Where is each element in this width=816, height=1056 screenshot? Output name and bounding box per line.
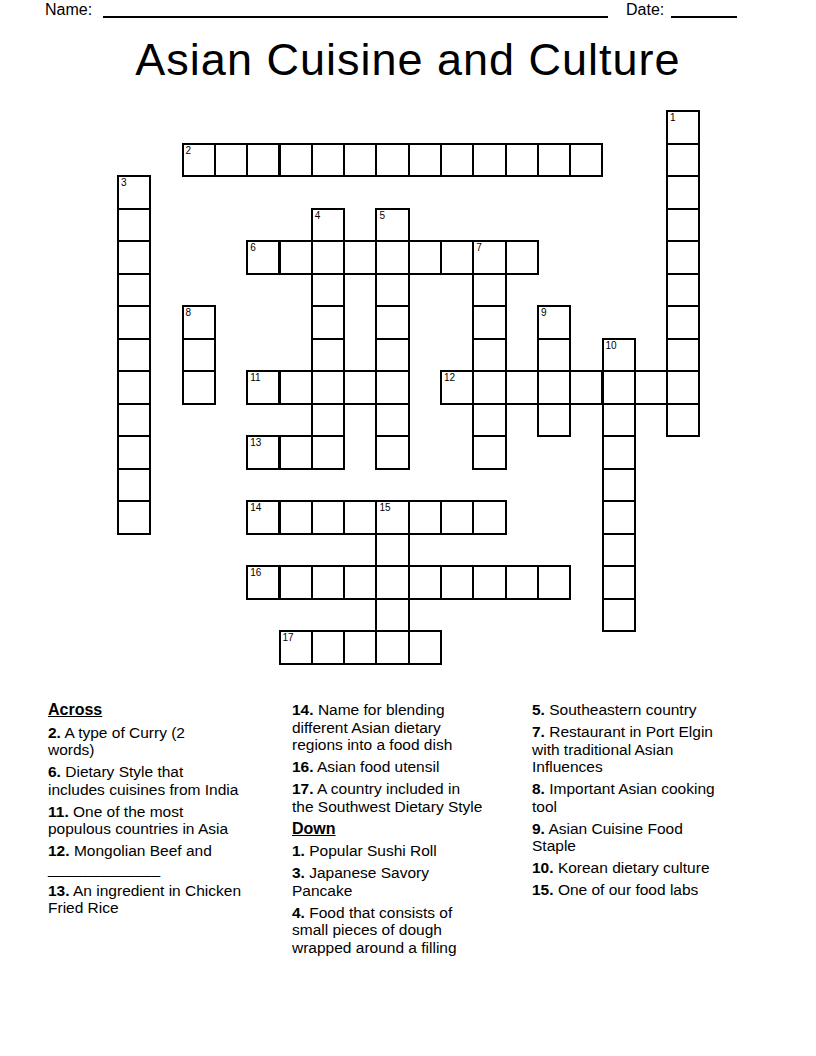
clue-across-14: 14. Name for blending different Asian di…: [292, 701, 522, 754]
clue-number: 16: [250, 567, 261, 578]
clue-num-label: 3.: [292, 864, 305, 881]
clue-num-label: 7.: [532, 723, 545, 740]
clue-down-15: 15. One of our food labs: [532, 881, 757, 899]
grid-cell[interactable]: [634, 370, 668, 405]
grid-cell[interactable]: [537, 338, 571, 373]
clue-num-label: 5.: [532, 701, 545, 718]
clue-number: 12: [444, 372, 455, 383]
grid-cell[interactable]: [537, 143, 571, 178]
grid-cell[interactable]: [182, 338, 216, 373]
grid-cell[interactable]: [602, 435, 636, 470]
clue-num-label: 4.: [292, 904, 305, 921]
grid-cell[interactable]: [375, 435, 409, 470]
grid-cell[interactable]: [666, 273, 700, 308]
clue-text: One of the most populous countries in As…: [48, 803, 228, 838]
clue-text: A type of Curry (2 words): [48, 724, 185, 759]
clue-down-4: 4. Food that consists of small pieces of…: [292, 904, 522, 957]
grid-cell[interactable]: [375, 338, 409, 373]
grid-cell[interactable]: [343, 630, 377, 665]
grid-cell[interactable]: [505, 370, 539, 405]
grid-cell[interactable]: 10: [602, 338, 636, 373]
clue-number: 4: [315, 210, 321, 221]
grid-cell[interactable]: [375, 630, 409, 665]
grid-cell[interactable]: [343, 565, 377, 600]
clue-text: Name for blending different Asian dietar…: [292, 701, 452, 753]
grid-cell[interactable]: [666, 305, 700, 340]
grid-cell[interactable]: [279, 143, 313, 178]
clue-text: Dietary Style that includes cuisines fro…: [48, 763, 238, 798]
clue-num-label: 12.: [48, 842, 70, 859]
clue-num-label: 1.: [292, 842, 305, 859]
grid-cell[interactable]: [311, 403, 345, 438]
name-blank-line[interactable]: [103, 0, 608, 18]
clue-num-label: 14.: [292, 701, 314, 718]
clue-text: Popular Sushi Roll: [309, 842, 437, 859]
clue-num-label: 15.: [532, 881, 554, 898]
grid-cell[interactable]: [472, 565, 506, 600]
grid-cell[interactable]: 16: [246, 565, 280, 600]
grid-cell[interactable]: [472, 273, 506, 308]
grid-cell[interactable]: [117, 403, 151, 438]
grid-cell[interactable]: [408, 240, 442, 275]
grid-cell[interactable]: [408, 565, 442, 600]
clue-text: Food that consists of small pieces of do…: [292, 904, 457, 956]
grid-cell[interactable]: [375, 305, 409, 340]
grid-cell[interactable]: [311, 273, 345, 308]
grid-cell[interactable]: 1: [666, 110, 700, 145]
grid-cell[interactable]: 14: [246, 500, 280, 535]
clue-down-8: 8. Important Asian cooking tool: [532, 780, 757, 815]
grid-cell[interactable]: [311, 370, 345, 405]
clue-text: Important Asian cooking tool: [532, 780, 715, 815]
clue-down-9: 9. Asian Cuisine Food Staple: [532, 820, 757, 855]
grid-cell[interactable]: [117, 240, 151, 275]
grid-cell[interactable]: [666, 208, 700, 243]
grid-cell[interactable]: [569, 143, 603, 178]
clue-number: 11: [250, 372, 260, 383]
clue-number: 10: [606, 340, 617, 351]
grid-cell[interactable]: [117, 500, 151, 535]
clue-down-1: 1. Popular Sushi Roll: [292, 842, 522, 860]
clue-number: 17: [283, 632, 294, 643]
clue-down-5: 5. Southeastern country: [532, 701, 757, 719]
grid-cell[interactable]: 15: [375, 500, 409, 535]
grid-cell[interactable]: [666, 240, 700, 275]
clue-num-label: 2.: [48, 724, 61, 741]
grid-cell[interactable]: [440, 500, 474, 535]
clue-number: 2: [186, 145, 192, 156]
grid-cell[interactable]: 8: [182, 305, 216, 340]
clue-text: An ingredient in Chicken Fried Rice: [48, 882, 241, 917]
clue-num-label: 8.: [532, 780, 545, 797]
clue-num-label: 13.: [48, 882, 70, 899]
grid-cell[interactable]: 11: [246, 370, 280, 405]
grid-cell[interactable]: [279, 370, 313, 405]
clue-across-6: 6. Dietary Style that includes cuisines …: [48, 763, 286, 798]
grid-cell[interactable]: [602, 403, 636, 438]
clue-text: Korean dietary culture: [558, 859, 710, 876]
grid-cell[interactable]: [408, 500, 442, 535]
grid-cell[interactable]: [602, 565, 636, 600]
clue-num-label: 16.: [292, 758, 314, 775]
clue-number: 6: [250, 242, 256, 253]
grid-cell[interactable]: [311, 565, 345, 600]
grid-cell[interactable]: [279, 565, 313, 600]
clue-num-label: 6.: [48, 763, 61, 780]
grid-cell[interactable]: [343, 143, 377, 178]
clue-num-label: 17.: [292, 780, 314, 797]
grid-cell[interactable]: [311, 240, 345, 275]
grid-cell[interactable]: 12: [440, 370, 474, 405]
grid-cell[interactable]: [602, 598, 636, 633]
grid-cell[interactable]: [505, 240, 539, 275]
grid-cell[interactable]: [472, 403, 506, 438]
grid-cell[interactable]: 9: [537, 305, 571, 340]
grid-cell[interactable]: [537, 565, 571, 600]
grid-cell[interactable]: [375, 403, 409, 438]
clue-number: 13: [250, 437, 261, 448]
grid-cell[interactable]: [279, 240, 313, 275]
clue-num-label: 10.: [532, 859, 554, 876]
grid-cell[interactable]: [472, 143, 506, 178]
clues-column-3: 5. Southeastern country7. Restaurant in …: [532, 701, 757, 903]
clue-down-3: 3. Japanese Savory Pancake: [292, 864, 522, 899]
page-title: Asian Cuisine and Culture: [0, 34, 816, 86]
clue-down-10: 10. Korean dietary culture: [532, 859, 757, 877]
grid-cell[interactable]: [602, 500, 636, 535]
grid-cell[interactable]: [343, 240, 377, 275]
clue-number: 14: [250, 502, 261, 513]
grid-cell[interactable]: [375, 598, 409, 633]
grid-cell[interactable]: [537, 403, 571, 438]
grid-cell[interactable]: [440, 240, 474, 275]
clue-text: Japanese Savory Pancake: [292, 864, 429, 899]
clue-text: Restaurant in Port Elgin with traditiona…: [532, 723, 713, 775]
grid-cell[interactable]: [343, 370, 377, 405]
clue-text: Asian Cuisine Food Staple: [532, 820, 683, 855]
clue-across-12: 12. Mongolian Beef and _____________: [48, 842, 286, 877]
grid-cell[interactable]: [602, 370, 636, 405]
grid-cell[interactable]: [311, 630, 345, 665]
clue-number: 3: [121, 177, 127, 188]
grid-cell[interactable]: [602, 533, 636, 568]
down-heading: Down: [292, 820, 522, 838]
grid-cell[interactable]: 6: [246, 240, 280, 275]
grid-cell[interactable]: [375, 240, 409, 275]
grid-cell[interactable]: 13: [246, 435, 280, 470]
clue-text: A country included in the Southwest Diet…: [292, 780, 482, 815]
grid-cell[interactable]: [408, 143, 442, 178]
grid-cell[interactable]: [472, 500, 506, 535]
grid-cell[interactable]: [666, 175, 700, 210]
across-heading: Across: [48, 701, 286, 719]
grid-cell[interactable]: [117, 208, 151, 243]
grid-cell[interactable]: 3: [117, 175, 151, 210]
crossword-grid: 1234567891011121314151617: [117, 110, 701, 665]
grid-cell[interactable]: [569, 370, 603, 405]
grid-cell[interactable]: [440, 565, 474, 600]
clue-number: 1: [670, 112, 676, 123]
clue-number: 9: [541, 307, 547, 318]
grid-cell[interactable]: [666, 403, 700, 438]
grid-cell[interactable]: [279, 500, 313, 535]
grid-cell[interactable]: [375, 370, 409, 405]
grid-cell[interactable]: [214, 143, 248, 178]
clue-number: 5: [379, 210, 385, 221]
grid-cell[interactable]: 5: [375, 208, 409, 243]
clue-text: One of our food labs: [558, 881, 698, 898]
grid-cell[interactable]: [311, 143, 345, 178]
grid-cell[interactable]: 2: [182, 143, 216, 178]
clue-number: 15: [379, 502, 390, 513]
clue-across-11: 11. One of the most populous countries i…: [48, 803, 286, 838]
grid-cell[interactable]: 4: [311, 208, 345, 243]
grid-cell[interactable]: [505, 143, 539, 178]
grid-cell[interactable]: [537, 370, 571, 405]
name-label: Name:: [45, 1, 92, 19]
grid-cell[interactable]: [375, 143, 409, 178]
grid-cell[interactable]: [311, 338, 345, 373]
grid-cell[interactable]: [375, 273, 409, 308]
clue-down-7: 7. Restaurant in Port Elgin with traditi…: [532, 723, 757, 776]
clue-number: 8: [186, 307, 192, 318]
clue-text: Asian food utensil: [317, 758, 439, 775]
grid-cell[interactable]: [279, 435, 313, 470]
grid-cell[interactable]: [311, 435, 345, 470]
grid-cell[interactable]: [602, 468, 636, 503]
grid-cell[interactable]: [666, 370, 700, 405]
grid-cell[interactable]: [117, 273, 151, 308]
grid-cell[interactable]: [472, 370, 506, 405]
grid-cell[interactable]: [472, 435, 506, 470]
clue-number: 7: [476, 242, 482, 253]
grid-cell[interactable]: [375, 533, 409, 568]
grid-cell[interactable]: [182, 370, 216, 405]
grid-cell[interactable]: [408, 630, 442, 665]
grid-cell[interactable]: [311, 500, 345, 535]
grid-cell[interactable]: [117, 305, 151, 340]
clues-column-1: Across2. A type of Curry (2 words)6. Die…: [48, 701, 286, 921]
clue-text: Southeastern country: [549, 701, 696, 718]
grid-cell[interactable]: 17: [279, 630, 313, 665]
grid-cell[interactable]: [117, 370, 151, 405]
clue-across-16: 16. Asian food utensil: [292, 758, 522, 776]
grid-cell[interactable]: [117, 468, 151, 503]
grid-cell[interactable]: [246, 143, 280, 178]
date-blank-line[interactable]: [671, 0, 737, 18]
grid-cell[interactable]: [440, 143, 474, 178]
grid-cell[interactable]: [375, 565, 409, 600]
grid-cell[interactable]: [666, 143, 700, 178]
grid-cell[interactable]: [117, 435, 151, 470]
clue-text: Mongolian Beef and _____________: [48, 842, 212, 877]
grid-cell[interactable]: [311, 305, 345, 340]
grid-cell[interactable]: [117, 338, 151, 373]
grid-cell[interactable]: [472, 338, 506, 373]
clue-num-label: 9.: [532, 820, 545, 837]
grid-cell[interactable]: 7: [472, 240, 506, 275]
clue-across-2: 2. A type of Curry (2 words): [48, 724, 286, 759]
grid-cell[interactable]: [343, 500, 377, 535]
clue-across-13: 13. An ingredient in Chicken Fried Rice: [48, 882, 286, 917]
grid-cell[interactable]: [666, 338, 700, 373]
grid-cell[interactable]: [472, 305, 506, 340]
date-label: Date:: [626, 1, 664, 19]
clues-column-2: 14. Name for blending different Asian di…: [292, 701, 522, 961]
clue-num-label: 11.: [48, 803, 69, 820]
grid-cell[interactable]: [505, 565, 539, 600]
clue-across-17: 17. A country included in the Southwest …: [292, 780, 522, 815]
